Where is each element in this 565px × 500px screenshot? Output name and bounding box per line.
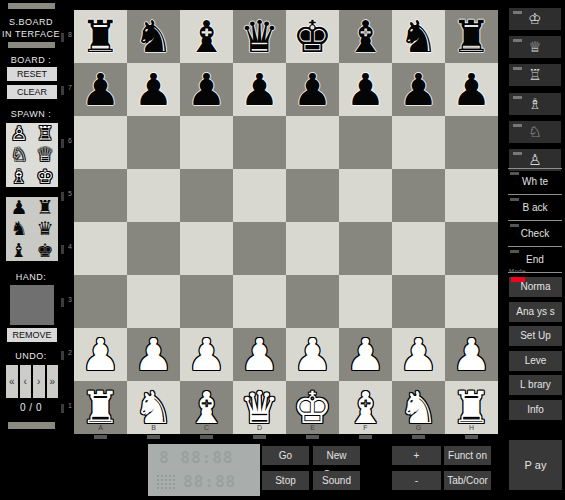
mode-level-button[interactable]: Leve <box>509 351 562 371</box>
square-a7[interactable]: ♟ <box>74 63 127 116</box>
rank-tick <box>61 245 64 254</box>
led-tick <box>513 96 522 99</box>
square-d3[interactable] <box>233 275 286 328</box>
square-a8[interactable]: ♜ <box>74 10 127 63</box>
square-g4[interactable] <box>392 222 445 275</box>
square-g7[interactable]: ♟ <box>392 63 445 116</box>
square-b7[interactable]: ♟ <box>127 63 180 116</box>
square-b5[interactable] <box>127 169 180 222</box>
white-queen: ♛ <box>233 381 286 434</box>
mode-setup-button[interactable]: Set Up <box>509 326 562 346</box>
divider-bar <box>8 3 55 9</box>
spawn-white-bishop[interactable]: ♗ <box>6 166 32 187</box>
spawn-white-queen[interactable]: ♕ <box>32 144 58 165</box>
undo-section-label: UNDO: <box>0 351 62 361</box>
select-knight-button[interactable]: ♘ <box>509 121 561 143</box>
square-c8[interactable]: ♝ <box>180 10 233 63</box>
mode-info-button[interactable]: Info <box>509 400 562 420</box>
divider-bar <box>8 42 55 48</box>
remove-button[interactable]: REMOVE <box>7 328 57 342</box>
square-e5[interactable] <box>286 169 339 222</box>
app-title-line1: S.BOARD <box>0 17 62 27</box>
rank-label-3: 3 <box>66 296 74 303</box>
black-indicator[interactable]: B ack <box>508 194 562 220</box>
lcd-display: 8 88:88 88:88 <box>148 444 260 496</box>
file-tick <box>306 435 319 439</box>
black-rook: ♜ <box>74 10 127 63</box>
square-e4[interactable] <box>286 222 339 275</box>
spawn-section-label: SPAWN : <box>0 109 62 119</box>
black-bishop: ♝ <box>339 10 392 63</box>
file-tick <box>200 435 213 439</box>
white-indicator[interactable]: Wh te <box>508 168 562 194</box>
square-b3[interactable] <box>127 275 180 328</box>
file-tick <box>94 435 107 439</box>
square-e2[interactable]: ♟ <box>286 328 339 381</box>
spawn-black-pawn[interactable]: ♟ <box>6 197 32 218</box>
lcd-board-icon <box>156 474 177 491</box>
lcd-move-row: 88:88 <box>183 472 236 491</box>
square-d6[interactable] <box>233 116 286 169</box>
rank-label-5: 5 <box>66 190 74 197</box>
led-tick <box>510 250 519 253</box>
square-c7[interactable]: ♟ <box>180 63 233 116</box>
rank-tick <box>61 139 64 148</box>
spawn-black-queen[interactable]: ♛ <box>32 218 58 239</box>
game-state-list: Wh te B ack Check End <box>508 168 562 273</box>
square-g2[interactable]: ♟ <box>392 328 445 381</box>
white-pawn: ♟ <box>286 328 339 381</box>
square-f5[interactable] <box>339 169 392 222</box>
function-button[interactable]: Funct on <box>444 446 491 465</box>
square-f7[interactable]: ♟ <box>339 63 392 116</box>
square-h1[interactable]: ♜ <box>445 381 498 434</box>
white-king: ♚ <box>286 381 339 434</box>
white-bishop: ♝ <box>180 381 233 434</box>
select-king-button[interactable]: ♔ <box>509 8 561 30</box>
file-tick <box>147 435 160 439</box>
check-indicator[interactable]: Check <box>508 220 562 246</box>
rank-label-4: 4 <box>66 243 74 250</box>
black-pawn: ♟ <box>180 63 233 116</box>
spawn-black-bishop[interactable]: ♝ <box>6 240 32 261</box>
rank-label-7: 7 <box>66 84 74 91</box>
square-d2[interactable]: ♟ <box>233 328 286 381</box>
led-tick <box>513 39 522 42</box>
square-h6[interactable] <box>445 116 498 169</box>
rank-label-2: 2 <box>66 349 74 356</box>
rank-label-1: 1 <box>66 402 74 409</box>
spawn-white-knight[interactable]: ♘ <box>6 144 32 165</box>
square-f8[interactable]: ♝ <box>339 10 392 63</box>
spawn-black-king[interactable]: ♚ <box>32 240 58 261</box>
spawn-white-palette: ♙ ♖ ♘ ♕ ♗ ♔ <box>6 123 58 187</box>
select-queen-button[interactable]: ♕ <box>509 36 561 58</box>
white-rook: ♜ <box>74 381 127 434</box>
square-h4[interactable] <box>445 222 498 275</box>
square-g5[interactable] <box>392 169 445 222</box>
square-h3[interactable] <box>445 275 498 328</box>
clear-button[interactable]: CLEAR <box>7 85 57 99</box>
rank-tick <box>61 298 64 307</box>
go-button[interactable]: Go <box>262 446 309 465</box>
end-indicator-label: End <box>526 254 544 265</box>
square-g8[interactable]: ♞ <box>392 10 445 63</box>
undo-to-start-button[interactable]: « <box>6 365 18 398</box>
square-e6[interactable] <box>286 116 339 169</box>
square-a5[interactable] <box>74 169 127 222</box>
square-f4[interactable] <box>339 222 392 275</box>
rank-tick <box>61 192 64 201</box>
square-c6[interactable] <box>180 116 233 169</box>
square-a3[interactable] <box>74 275 127 328</box>
play-button[interactable]: P ay <box>509 440 562 490</box>
white-rook: ♜ <box>445 381 498 434</box>
square-a2[interactable]: ♟ <box>74 328 127 381</box>
square-d1[interactable]: ♛ <box>233 381 286 434</box>
square-h2[interactable]: ♟ <box>445 328 498 381</box>
white-pawn: ♟ <box>74 328 127 381</box>
square-d5[interactable] <box>233 169 286 222</box>
mode-analysis-button[interactable]: Ana ys s <box>509 302 562 322</box>
square-c5[interactable] <box>180 169 233 222</box>
square-d7[interactable]: ♟ <box>233 63 286 116</box>
mode-led-indicator <box>511 277 525 282</box>
white-indicator-label: Wh te <box>522 176 548 187</box>
square-b8[interactable]: ♞ <box>127 10 180 63</box>
square-b6[interactable] <box>127 116 180 169</box>
mode-library-button[interactable]: L brary <box>509 375 562 395</box>
black-bishop: ♝ <box>180 10 233 63</box>
square-d8[interactable]: ♛ <box>233 10 286 63</box>
white-pawn: ♟ <box>233 328 286 381</box>
square-c3[interactable] <box>180 275 233 328</box>
black-knight: ♞ <box>127 10 180 63</box>
square-h8[interactable]: ♜ <box>445 10 498 63</box>
redo-forward-button[interactable]: › <box>33 365 45 398</box>
black-king: ♚ <box>286 10 339 63</box>
white-bishop: ♝ <box>339 381 392 434</box>
file-tick <box>412 435 425 439</box>
square-f1[interactable]: ♝ <box>339 381 392 434</box>
square-h5[interactable] <box>445 169 498 222</box>
led-tick <box>513 124 522 127</box>
white-pawn: ♟ <box>392 328 445 381</box>
white-knight: ♞ <box>127 381 180 434</box>
square-f6[interactable] <box>339 116 392 169</box>
square-e8[interactable]: ♚ <box>286 10 339 63</box>
new-game-button[interactable]: New Game <box>313 446 360 465</box>
undo-counter: 0 / 0 <box>0 402 62 413</box>
black-pawn: ♟ <box>286 63 339 116</box>
black-pawn: ♟ <box>74 63 127 116</box>
led-tick <box>510 198 519 201</box>
white-pawn: ♟ <box>339 328 392 381</box>
black-pawn: ♟ <box>445 63 498 116</box>
square-b1[interactable]: ♞ <box>127 381 180 434</box>
square-g6[interactable] <box>392 116 445 169</box>
square-a4[interactable] <box>74 222 127 275</box>
white-knight: ♞ <box>392 381 445 434</box>
check-indicator-label: Check <box>521 228 549 239</box>
black-pawn: ♟ <box>127 63 180 116</box>
board-section-label: BOARD : <box>0 55 62 65</box>
square-e1[interactable]: ♚ <box>286 381 339 434</box>
black-pawn: ♟ <box>392 63 445 116</box>
hand-section-label: HAND: <box>0 272 62 282</box>
rank-label-6: 6 <box>66 137 74 144</box>
spawn-black-rook[interactable]: ♜ <box>32 197 58 218</box>
black-rook: ♜ <box>445 10 498 63</box>
rank-label-8: 8 <box>66 31 74 38</box>
black-indicator-label: B ack <box>522 202 547 213</box>
chess-board: ♜♞♝♛♚♝♞♜♟♟♟♟♟♟♟♟♟♟♟♟♟♟♟♟♜♞♝♛♚♝♞♜ <box>74 10 498 434</box>
square-g1[interactable]: ♞ <box>392 381 445 434</box>
led-tick <box>513 152 522 155</box>
reset-button[interactable]: RESET <box>7 67 57 81</box>
file-tick <box>253 435 266 439</box>
led-tick <box>513 67 522 70</box>
black-queen: ♛ <box>233 10 286 63</box>
lcd-clock-row: 8 88:88 <box>159 448 233 467</box>
sound-button[interactable]: Sound <box>313 471 360 490</box>
file-tick <box>359 435 372 439</box>
spawn-black-knight[interactable]: ♞ <box>6 218 32 239</box>
led-tick <box>510 224 519 227</box>
plus-button[interactable]: + <box>392 446 441 465</box>
square-h7[interactable]: ♟ <box>445 63 498 116</box>
square-c2[interactable]: ♟ <box>180 328 233 381</box>
square-e3[interactable] <box>286 275 339 328</box>
square-e7[interactable]: ♟ <box>286 63 339 116</box>
led-tick <box>510 172 519 175</box>
select-bishop-button[interactable]: ♗ <box>509 93 561 115</box>
spawn-white-rook[interactable]: ♖ <box>32 123 58 144</box>
square-c4[interactable] <box>180 222 233 275</box>
black-knight: ♞ <box>392 10 445 63</box>
hand-slot[interactable] <box>10 285 54 325</box>
rank-tick <box>61 86 64 95</box>
black-pawn: ♟ <box>233 63 286 116</box>
spawn-white-king[interactable]: ♔ <box>32 166 58 187</box>
app-title-line2: IN TERFACE <box>0 29 62 39</box>
square-a6[interactable] <box>74 116 127 169</box>
mode-section-label: Mode <box>509 268 526 274</box>
square-b2[interactable]: ♟ <box>127 328 180 381</box>
square-c1[interactable]: ♝ <box>180 381 233 434</box>
square-g3[interactable] <box>392 275 445 328</box>
spawn-black-palette: ♟ ♜ ♞ ♛ ♝ ♚ <box>6 197 58 261</box>
file-tick <box>465 435 478 439</box>
spawn-white-pawn[interactable]: ♙ <box>6 123 32 144</box>
white-pawn: ♟ <box>127 328 180 381</box>
divider-bar <box>8 422 55 429</box>
square-a1[interactable]: ♜ <box>74 381 127 434</box>
white-pawn: ♟ <box>180 328 233 381</box>
square-b4[interactable] <box>127 222 180 275</box>
minus-button[interactable]: - <box>392 471 441 490</box>
square-f2[interactable]: ♟ <box>339 328 392 381</box>
sboard-interface-app: S.BOARD IN TERFACE BOARD : RESET CLEAR S… <box>0 0 565 500</box>
undo-controls: « ‹ › » <box>6 365 58 398</box>
square-d4[interactable] <box>233 222 286 275</box>
led-tick <box>513 11 522 14</box>
redo-to-end-button[interactable]: » <box>47 365 59 398</box>
tab-coord-button[interactable]: Tab/Coor <box>444 471 491 490</box>
square-f3[interactable] <box>339 275 392 328</box>
white-pawn: ♟ <box>445 328 498 381</box>
undo-back-button[interactable]: ‹ <box>20 365 32 398</box>
stop-button[interactable]: Stop <box>262 471 309 490</box>
select-rook-button[interactable]: ♖ <box>509 64 561 86</box>
black-pawn: ♟ <box>339 63 392 116</box>
